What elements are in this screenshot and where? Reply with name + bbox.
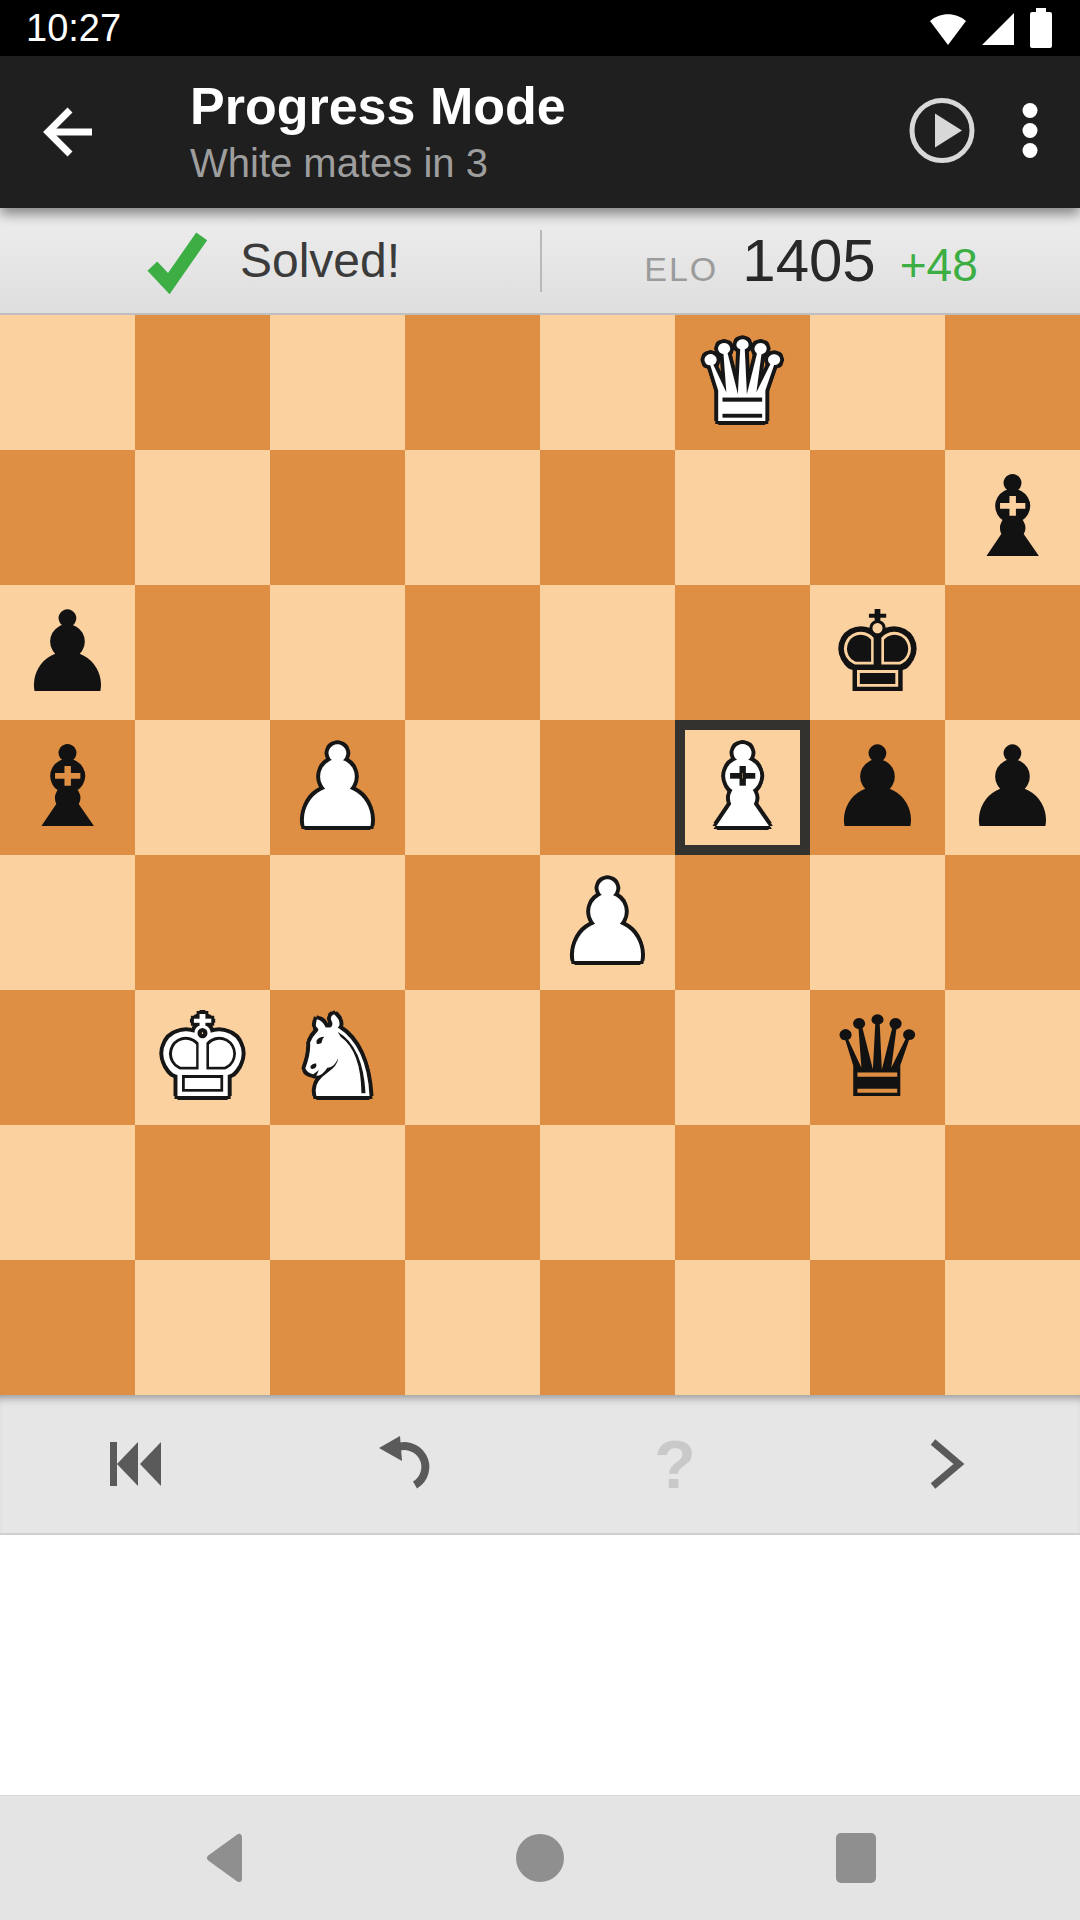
- nav-recents-icon: [833, 1831, 879, 1885]
- square-e2[interactable]: [540, 1125, 675, 1260]
- back-arrow-icon: [34, 100, 98, 164]
- white-king-b3: ♚: [152, 990, 252, 1125]
- square-a1[interactable]: [0, 1260, 135, 1395]
- black-pawn-g5: ♟: [827, 720, 927, 855]
- square-d6[interactable]: [405, 585, 540, 720]
- square-d5[interactable]: [405, 720, 540, 855]
- square-e1[interactable]: [540, 1260, 675, 1395]
- square-g5[interactable]: ♟: [810, 720, 945, 855]
- square-d4[interactable]: [405, 855, 540, 990]
- status-icons: [928, 8, 1054, 48]
- overflow-menu-button[interactable]: [1016, 97, 1044, 168]
- move-list-area: [0, 1535, 1080, 1795]
- android-nav-bar: [0, 1795, 1080, 1920]
- white-knight-c3: ♞: [287, 990, 387, 1125]
- square-e3[interactable]: [540, 990, 675, 1125]
- app-bar: Progress Mode White mates in 3: [0, 56, 1080, 208]
- chevron-right-icon: [923, 1436, 967, 1492]
- square-b3[interactable]: ♚: [135, 990, 270, 1125]
- white-queen-f8: ♛: [692, 315, 792, 450]
- square-c6[interactable]: [270, 585, 405, 720]
- black-queen-g3: ♛: [827, 990, 927, 1125]
- square-a8[interactable]: [0, 315, 135, 450]
- square-d7[interactable]: [405, 450, 540, 585]
- skip-to-start-button[interactable]: [0, 1395, 270, 1533]
- elo-label: ELO: [644, 250, 718, 289]
- black-pawn-h5: ♟: [962, 720, 1062, 855]
- nav-back-icon: [201, 1830, 247, 1886]
- play-icon: [908, 97, 976, 165]
- square-h3[interactable]: [945, 990, 1080, 1125]
- square-d1[interactable]: [405, 1260, 540, 1395]
- overflow-dots-icon: [1022, 103, 1038, 159]
- square-g3[interactable]: ♛: [810, 990, 945, 1125]
- square-g4[interactable]: [810, 855, 945, 990]
- square-c4[interactable]: [270, 855, 405, 990]
- battery-icon: [1028, 8, 1054, 48]
- result-bar: Solved! ELO 1405 +48: [0, 208, 1080, 315]
- square-h5[interactable]: ♟: [945, 720, 1080, 855]
- square-a6[interactable]: ♟: [0, 585, 135, 720]
- black-bishop-a5: ♝: [17, 720, 117, 855]
- square-h6[interactable]: [945, 585, 1080, 720]
- elo-group: ELO 1405 +48: [542, 226, 1080, 295]
- next-button[interactable]: [810, 1395, 1080, 1533]
- square-b6[interactable]: [135, 585, 270, 720]
- elo-delta: +48: [900, 238, 978, 292]
- white-pawn-c5: ♟: [287, 720, 387, 855]
- black-pawn-a6: ♟: [17, 585, 117, 720]
- square-e6[interactable]: [540, 585, 675, 720]
- check-icon: [140, 225, 212, 297]
- clock: 10:27: [26, 7, 121, 50]
- square-b7[interactable]: [135, 450, 270, 585]
- square-c3[interactable]: ♞: [270, 990, 405, 1125]
- undo-button[interactable]: [270, 1395, 540, 1533]
- square-g2[interactable]: [810, 1125, 945, 1260]
- square-f1[interactable]: [675, 1260, 810, 1395]
- skip-to-start-icon: [104, 1436, 166, 1492]
- square-c8[interactable]: [270, 315, 405, 450]
- white-bishop-f5: ♝: [692, 720, 792, 855]
- chess-board: ♛♝♟♚♝♟♝♟♟♟♚♞♛: [0, 315, 1080, 1395]
- square-a4[interactable]: [0, 855, 135, 990]
- square-f5[interactable]: ♝: [675, 720, 810, 855]
- square-f6[interactable]: [675, 585, 810, 720]
- nav-home-button[interactable]: [514, 1832, 566, 1884]
- square-e4[interactable]: ♟: [540, 855, 675, 990]
- square-f2[interactable]: [675, 1125, 810, 1260]
- square-h4[interactable]: [945, 855, 1080, 990]
- square-c7[interactable]: [270, 450, 405, 585]
- undo-icon: [375, 1435, 435, 1493]
- square-a7[interactable]: [0, 450, 135, 585]
- page-subtitle: White mates in 3: [190, 138, 566, 188]
- back-button[interactable]: [0, 56, 132, 208]
- square-h2[interactable]: [945, 1125, 1080, 1260]
- wifi-icon: [928, 10, 968, 48]
- square-b5[interactable]: [135, 720, 270, 855]
- square-g1[interactable]: [810, 1260, 945, 1395]
- square-f3[interactable]: [675, 990, 810, 1125]
- white-pawn-e4: ♟: [557, 855, 657, 990]
- square-b8[interactable]: [135, 315, 270, 450]
- square-e5[interactable]: [540, 720, 675, 855]
- square-c2[interactable]: [270, 1125, 405, 1260]
- square-f7[interactable]: [675, 450, 810, 585]
- black-king-g6: ♚: [827, 585, 927, 720]
- elo-value: 1405: [742, 226, 875, 295]
- square-b2[interactable]: [135, 1125, 270, 1260]
- square-a3[interactable]: [0, 990, 135, 1125]
- square-b4[interactable]: [135, 855, 270, 990]
- square-d3[interactable]: [405, 990, 540, 1125]
- square-g8[interactable]: [810, 315, 945, 450]
- hint-question-icon: ?: [654, 1425, 696, 1503]
- solved-group: Solved!: [0, 225, 540, 297]
- status-bar: 10:27: [0, 0, 1080, 56]
- app-screen: 10:27 Progress Mode White mates in 3: [0, 0, 1080, 1920]
- nav-recents-button[interactable]: [830, 1831, 882, 1885]
- square-h8[interactable]: [945, 315, 1080, 450]
- square-d8[interactable]: [405, 315, 540, 450]
- square-e7[interactable]: [540, 450, 675, 585]
- hint-button[interactable]: ?: [540, 1395, 810, 1533]
- square-d2[interactable]: [405, 1125, 540, 1260]
- title-block: Progress Mode White mates in 3: [190, 76, 566, 187]
- square-c5[interactable]: ♟: [270, 720, 405, 855]
- solved-label: Solved!: [240, 233, 400, 288]
- square-c1[interactable]: [270, 1260, 405, 1395]
- square-a2[interactable]: [0, 1125, 135, 1260]
- page-title: Progress Mode: [190, 76, 566, 137]
- black-bishop-h7: ♝: [962, 450, 1062, 585]
- nav-home-icon: [514, 1832, 566, 1884]
- square-b1[interactable]: [135, 1260, 270, 1395]
- square-h1[interactable]: [945, 1260, 1080, 1395]
- square-e8[interactable]: [540, 315, 675, 450]
- square-f4[interactable]: [675, 855, 810, 990]
- nav-back-button[interactable]: [198, 1830, 250, 1886]
- cell-signal-icon: [980, 10, 1016, 48]
- square-a5[interactable]: ♝: [0, 720, 135, 855]
- puzzle-toolbar: ?: [0, 1395, 1080, 1535]
- square-g6[interactable]: ♚: [810, 585, 945, 720]
- square-g7[interactable]: [810, 450, 945, 585]
- play-button[interactable]: [908, 97, 976, 168]
- square-h7[interactable]: ♝: [945, 450, 1080, 585]
- square-f8[interactable]: ♛: [675, 315, 810, 450]
